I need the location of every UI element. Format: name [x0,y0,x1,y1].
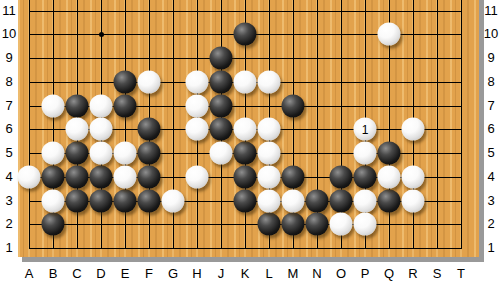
black-stone-F5[interactable] [138,142,161,165]
row-label-left-7: 7 [0,98,18,114]
row-label-right-7: 7 [482,98,500,114]
black-stone-D4[interactable] [90,165,113,188]
black-stone-L2[interactable] [258,213,281,236]
black-stone-J6[interactable] [210,118,233,141]
black-stone-B2[interactable] [42,213,65,236]
black-stone-P4[interactable] [354,165,377,188]
black-stone-J8[interactable] [210,70,233,93]
white-stone-B3[interactable] [42,189,65,212]
white-stone-J5[interactable] [210,142,233,165]
col-label-S: S [425,265,449,283]
black-stone-N2[interactable] [306,213,329,236]
white-stone-M3[interactable] [282,189,305,212]
row-label-left-6: 6 [0,121,18,137]
row-label-left-9: 9 [0,50,18,66]
black-stone-F3[interactable] [138,189,161,212]
white-stone-P5[interactable] [354,142,377,165]
go-diagram: 1 11111010998877665544332211ABCDEFGHJKLM… [0,0,500,284]
row-label-left-8: 8 [0,74,18,90]
white-stone-K6[interactable] [234,118,257,141]
black-stone-C3[interactable] [66,189,89,212]
black-stone-N3[interactable] [306,189,329,212]
white-stone-R4[interactable] [402,165,425,188]
row-label-left-3: 3 [0,193,18,209]
row-label-left-11: 11 [0,3,18,19]
white-stone-A4[interactable] [18,165,41,188]
white-stone-H6[interactable] [186,118,209,141]
row-label-right-6: 6 [482,121,500,137]
white-stone-L8[interactable] [258,70,281,93]
white-stone-K8[interactable] [234,70,257,93]
black-stone-Q5[interactable] [378,142,401,165]
grid-line-col-S [437,0,438,249]
white-stone-H7[interactable] [186,94,209,117]
black-stone-M7[interactable] [282,94,305,117]
white-stone-L5[interactable] [258,142,281,165]
black-stone-K10[interactable] [234,23,257,46]
col-label-C: C [65,265,89,283]
white-stone-P6[interactable]: 1 [354,118,377,141]
black-stone-F6[interactable] [138,118,161,141]
white-stone-B7[interactable] [42,94,65,117]
row-label-left-5: 5 [0,145,18,161]
white-stone-Q4[interactable] [378,165,401,188]
black-stone-D3[interactable] [90,189,113,212]
row-label-left-10: 10 [0,26,18,42]
white-stone-B5[interactable] [42,142,65,165]
star-point-D10 [99,32,104,37]
col-label-L: L [257,265,281,283]
white-stone-P2[interactable] [354,213,377,236]
board-shadow-bottom [22,257,484,262]
white-stone-O2[interactable] [330,213,353,236]
black-stone-C4[interactable] [66,165,89,188]
white-stone-C6[interactable] [66,118,89,141]
col-label-P: P [353,265,377,283]
col-label-G: G [161,265,185,283]
white-stone-R3[interactable] [402,189,425,212]
black-stone-K3[interactable] [234,189,257,212]
black-stone-J7[interactable] [210,94,233,117]
black-stone-M4[interactable] [282,165,305,188]
black-stone-K5[interactable] [234,142,257,165]
col-label-A: A [17,265,41,283]
grid-line-col-T [461,0,462,249]
row-label-right-3: 3 [482,193,500,209]
black-stone-O4[interactable] [330,165,353,188]
col-label-Q: Q [377,265,401,283]
white-stone-Q10[interactable] [378,23,401,46]
white-stone-F8[interactable] [138,70,161,93]
col-label-M: M [281,265,305,283]
col-label-E: E [113,265,137,283]
white-stone-E5[interactable] [114,142,137,165]
move-number-1-P6: 1 [354,118,377,141]
black-stone-E7[interactable] [114,94,137,117]
col-label-H: H [185,265,209,283]
white-stone-H4[interactable] [186,165,209,188]
white-stone-H8[interactable] [186,70,209,93]
black-stone-E8[interactable] [114,70,137,93]
col-label-D: D [89,265,113,283]
white-stone-L4[interactable] [258,165,281,188]
black-stone-O3[interactable] [330,189,353,212]
row-label-right-11: 11 [482,3,500,19]
grid-line-row-11 [29,11,462,12]
black-stone-B4[interactable] [42,165,65,188]
row-label-right-9: 9 [482,50,500,66]
col-label-O: O [329,265,353,283]
col-label-N: N [305,265,329,283]
white-stone-R6[interactable] [402,118,425,141]
black-stone-C5[interactable] [66,142,89,165]
white-stone-G3[interactable] [162,189,185,212]
row-label-right-10: 10 [482,26,500,42]
row-label-right-5: 5 [482,145,500,161]
row-label-right-8: 8 [482,74,500,90]
white-stone-D6[interactable] [90,118,113,141]
grid-line-col-A [29,0,30,249]
white-stone-P3[interactable] [354,189,377,212]
black-stone-F4[interactable] [138,165,161,188]
row-label-right-4: 4 [482,169,500,185]
go-board[interactable]: 1 [18,0,479,257]
white-stone-D7[interactable] [90,94,113,117]
row-label-left-2: 2 [0,216,18,232]
col-label-B: B [41,265,65,283]
row-label-left-1: 1 [0,240,18,256]
white-stone-D5[interactable] [90,142,113,165]
black-stone-Q3[interactable] [378,189,401,212]
white-stone-E4[interactable] [114,165,137,188]
black-stone-C7[interactable] [66,94,89,117]
col-label-T: T [449,265,473,283]
row-label-left-4: 4 [0,169,18,185]
grid-line-row-1 [29,248,462,249]
col-label-F: F [137,265,161,283]
black-stone-J9[interactable] [210,47,233,70]
white-stone-L6[interactable] [258,118,281,141]
black-stone-E3[interactable] [114,189,137,212]
grid-line-row-2 [29,224,462,225]
col-label-K: K [233,265,257,283]
grid-line-row-9 [29,58,462,59]
black-stone-M2[interactable] [282,213,305,236]
white-stone-L3[interactable] [258,189,281,212]
row-label-right-2: 2 [482,216,500,232]
col-label-J: J [209,265,233,283]
col-label-R: R [401,265,425,283]
row-label-right-1: 1 [482,240,500,256]
black-stone-K4[interactable] [234,165,257,188]
